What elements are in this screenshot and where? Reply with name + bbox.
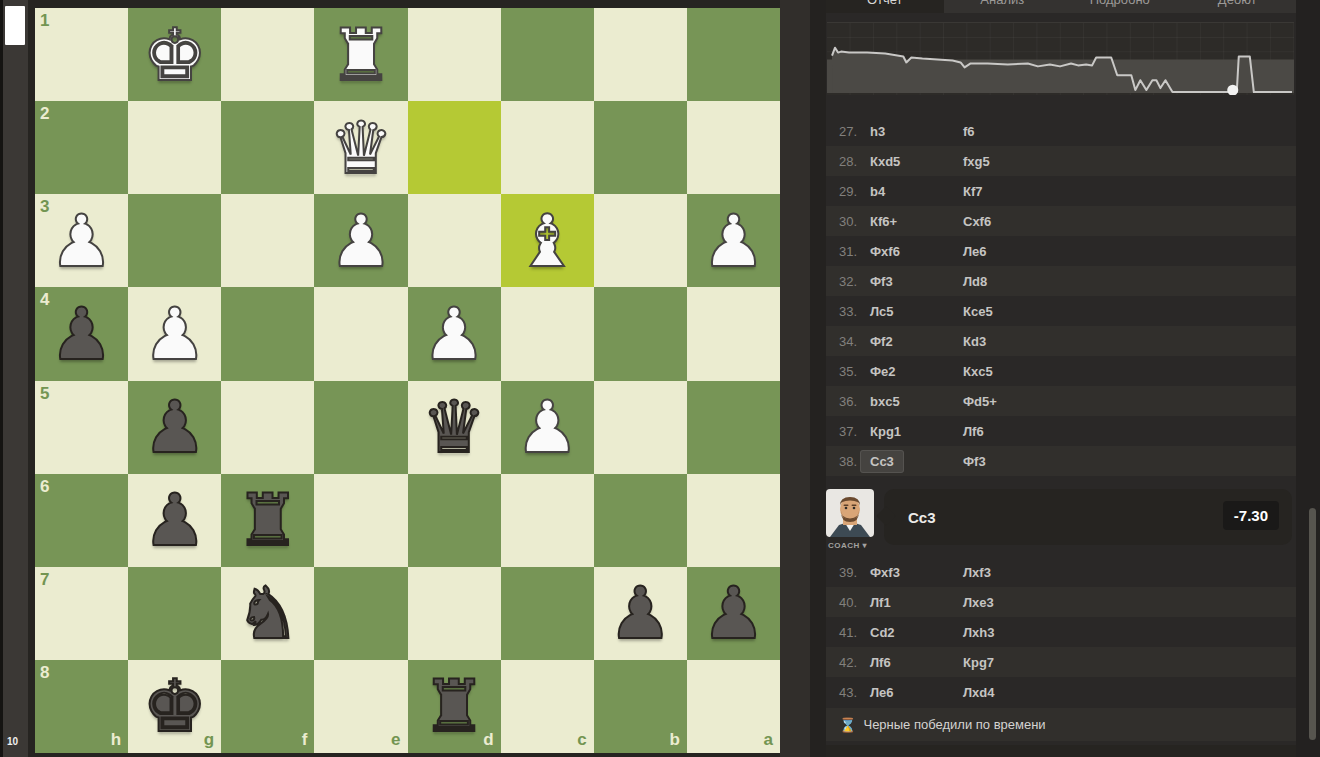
tab-Дебют[interactable]: Дебют	[1179, 0, 1297, 13]
rank-label-8: 8	[40, 663, 49, 683]
move-number: 36.	[826, 394, 870, 409]
move-number: 30.	[826, 214, 870, 229]
move-row-31: 31.Фxf6Ле6	[826, 236, 1296, 266]
square-h3[interactable]: 3♟	[35, 194, 128, 287]
square-b6[interactable]	[594, 474, 687, 567]
black-knight-f7[interactable]: ♞	[221, 567, 314, 660]
white-move-san[interactable]: Ле6	[870, 685, 894, 700]
coach-speech-bubble: Сc3-7.30	[884, 489, 1292, 545]
thumbnail-page-number: 10	[7, 736, 18, 747]
black-move-san[interactable]: Кf7	[963, 184, 983, 199]
square-e5[interactable]	[314, 381, 407, 474]
square-h4[interactable]: 4♟	[35, 287, 128, 380]
white-bishop-c3[interactable]: ♝	[501, 194, 594, 287]
white-move-san[interactable]: Фf3	[870, 274, 893, 289]
black-rook-f6[interactable]: ♜	[221, 474, 314, 567]
move-number: 42.	[826, 655, 870, 670]
black-move: Фf3	[963, 454, 1296, 469]
move-row-37: 37.Крg1Лf6	[826, 416, 1296, 446]
black-move-san[interactable]: Кce5	[963, 304, 993, 319]
move-row-42: 42.Лf6Крg7	[826, 647, 1296, 677]
white-pawn-c5[interactable]: ♟	[501, 381, 594, 474]
rank-label-1: 1	[40, 11, 49, 31]
square-g6[interactable]: ♟	[128, 474, 221, 567]
move-row-39: 39.Фxf3Лxf3	[826, 557, 1296, 587]
move-number: 43.	[826, 685, 870, 700]
rank-label-2: 2	[40, 104, 49, 124]
white-move-san[interactable]: Фxf6	[870, 244, 900, 259]
board-panel-gap	[780, 0, 810, 757]
white-move: Фe2	[870, 364, 963, 379]
tab-label: Анализ	[944, 0, 1062, 13]
black-king-g8[interactable]: ♚	[128, 660, 221, 753]
move-row-35: 35.Фe2Кxc5	[826, 356, 1296, 386]
black-move-san[interactable]: fxg5	[963, 154, 990, 169]
move-number: 41.	[826, 625, 870, 640]
black-move: Лxf3	[963, 565, 1296, 580]
square-g3[interactable]	[128, 194, 221, 287]
black-move: Лxh3	[963, 625, 1296, 640]
coach-bubble-move: Сc3	[908, 509, 936, 526]
square-e2[interactable]: ♛	[314, 101, 407, 194]
square-h8[interactable]: 8h	[35, 660, 128, 753]
black-pawn-b7[interactable]: ♟	[594, 567, 687, 660]
black-move: Ле6	[963, 244, 1296, 259]
white-move: Кxd5	[870, 154, 963, 169]
black-move: Кd3	[963, 334, 1296, 349]
square-a8[interactable]: a	[687, 660, 780, 753]
move-list: 27.h3f628.Кxd5fxg529.b4Кf730.Кf6+Сxf631.…	[826, 116, 1296, 741]
square-d3[interactable]	[408, 194, 501, 287]
black-move-san[interactable]: Крg7	[963, 655, 994, 670]
move-number: 31.	[826, 244, 870, 259]
square-e8[interactable]: e	[314, 660, 407, 753]
panel-left-divider	[810, 0, 826, 757]
square-g7[interactable]	[128, 567, 221, 660]
move-number: 40.	[826, 595, 870, 610]
tab-Анализ[interactable]: Анализ	[944, 0, 1062, 13]
evaluation-graph[interactable]	[827, 22, 1294, 95]
square-e6[interactable]	[314, 474, 407, 567]
panel-tabs: ОтчетАнализПодробноДебют	[826, 0, 1296, 13]
square-c5[interactable]: ♟	[501, 381, 594, 474]
coach-avatar[interactable]	[826, 489, 874, 537]
evaluation-badge: -7.30	[1223, 501, 1279, 530]
move-row-33: 33.Лc5Кce5	[826, 296, 1296, 326]
black-pawn-g6[interactable]: ♟	[128, 474, 221, 567]
square-f6[interactable]: ♜	[221, 474, 314, 567]
square-a4[interactable]	[687, 287, 780, 380]
square-a7[interactable]: ♟	[687, 567, 780, 660]
black-move-san[interactable]: Лxf3	[963, 565, 991, 580]
scrollbar-thumb[interactable]	[1309, 508, 1316, 740]
file-label-b: b	[669, 730, 679, 750]
square-e7[interactable]	[314, 567, 407, 660]
move-row-36: 36.bxc5Фd5+	[826, 386, 1296, 416]
square-f8[interactable]: f	[221, 660, 314, 753]
black-move-san[interactable]: Лf6	[963, 424, 984, 439]
square-h1[interactable]: 1	[35, 8, 128, 101]
square-a3[interactable]: ♟	[687, 194, 780, 287]
black-move: Кf7	[963, 184, 1296, 199]
black-move-san[interactable]: Кxc5	[963, 364, 993, 379]
black-move-san[interactable]: Фd5+	[963, 394, 997, 409]
black-move-san[interactable]: Лxe3	[963, 595, 994, 610]
square-c6[interactable]	[501, 474, 594, 567]
white-rook-e1[interactable]: ♜	[314, 8, 407, 101]
white-move-san[interactable]: b4	[870, 184, 885, 199]
black-move-san[interactable]: Фf3	[963, 454, 986, 469]
black-pawn-g5[interactable]: ♟	[128, 381, 221, 474]
square-c7[interactable]	[501, 567, 594, 660]
move-number: 37.	[826, 424, 870, 439]
black-move: Лxd4	[963, 685, 1296, 700]
white-move: Лf6	[870, 655, 963, 670]
move-row-29: 29.b4Кf7	[826, 176, 1296, 206]
black-move: fxg5	[963, 154, 1296, 169]
white-move: Ле6	[870, 685, 963, 700]
square-h2[interactable]: 2	[35, 101, 128, 194]
white-move: h3	[870, 124, 963, 139]
file-label-f: f	[302, 730, 308, 750]
white-move-san[interactable]: Лf6	[870, 655, 891, 670]
white-move: Крg1	[870, 424, 963, 439]
tab-label: Дебют	[1179, 0, 1297, 13]
square-b5[interactable]	[594, 381, 687, 474]
white-pawn-h3[interactable]: ♟	[35, 194, 128, 287]
board-thumbnail[interactable]	[5, 6, 25, 45]
move-number: 33.	[826, 304, 870, 319]
rank-label-7: 7	[40, 570, 49, 590]
square-f4[interactable]	[221, 287, 314, 380]
square-c1[interactable]	[501, 8, 594, 101]
white-pawn-g4[interactable]: ♟	[128, 287, 221, 380]
move-row-28: 28.Кxd5fxg5	[826, 146, 1296, 176]
black-rook-d8[interactable]: ♜	[408, 660, 501, 753]
move-row-30: 30.Кf6+Сxf6	[826, 206, 1296, 236]
black-move: Кce5	[963, 304, 1296, 319]
white-move: Кf6+	[870, 214, 963, 229]
white-move-san[interactable]: h3	[870, 124, 885, 139]
game-result-bar: ⌛Черные победили по времени	[826, 708, 1296, 741]
white-move: Лc5	[870, 304, 963, 319]
black-move: Лf6	[963, 424, 1296, 439]
black-move: Лd8	[963, 274, 1296, 289]
move-row-27: 27.h3f6	[826, 116, 1296, 146]
white-move-san[interactable]: Фxf3	[870, 565, 900, 580]
square-d4[interactable]: ♟	[408, 287, 501, 380]
black-pawn-h4[interactable]: ♟	[35, 287, 128, 380]
square-f2[interactable]	[221, 101, 314, 194]
square-d2[interactable]	[408, 101, 501, 194]
tab-label: Отчет	[826, 0, 944, 13]
square-d6[interactable]	[408, 474, 501, 567]
move-number: 32.	[826, 274, 870, 289]
file-label-h: h	[111, 730, 121, 750]
square-c2[interactable]	[501, 101, 594, 194]
square-g2[interactable]	[128, 101, 221, 194]
white-move-san[interactable]: Крg1	[870, 424, 901, 439]
move-row-43: 43.Ле6Лxd4	[826, 677, 1296, 707]
black-move-san[interactable]: Лxd4	[963, 685, 995, 700]
black-move-san[interactable]: Кd3	[963, 334, 986, 349]
white-pawn-e3[interactable]: ♟	[314, 194, 407, 287]
black-move: Фd5+	[963, 394, 1296, 409]
white-move-san[interactable]: Фf2	[870, 334, 893, 349]
white-move-san[interactable]: Лc5	[870, 304, 894, 319]
square-h6[interactable]: 6	[35, 474, 128, 567]
white-move-san[interactable]: Сc3	[860, 450, 904, 473]
black-move-san[interactable]: Ле6	[963, 244, 987, 259]
square-f3[interactable]	[221, 194, 314, 287]
square-e1[interactable]: ♜	[314, 8, 407, 101]
square-g4[interactable]: ♟	[128, 287, 221, 380]
square-d5[interactable]: ♛	[408, 381, 501, 474]
move-number: 39.	[826, 565, 870, 580]
square-g8[interactable]: g♚	[128, 660, 221, 753]
tab-Подробно[interactable]: Подробно	[1061, 0, 1179, 13]
black-move: Крg7	[963, 655, 1296, 670]
square-a2[interactable]	[687, 101, 780, 194]
move-row-32: 32.Фf3Лd8	[826, 266, 1296, 296]
panel-right-margin	[1296, 0, 1320, 757]
square-f5[interactable]	[221, 381, 314, 474]
chess-board[interactable]: 1♚♜2♛3♟♟♝♟4♟♟♟5♟♛♟6♟♜7♞♟♟8hg♚fed♜cba	[35, 8, 780, 753]
move-number: 34.	[826, 334, 870, 349]
square-b2[interactable]	[594, 101, 687, 194]
square-a5[interactable]	[687, 381, 780, 474]
black-queen-d5[interactable]: ♛	[408, 381, 501, 474]
rank-label-6: 6	[40, 477, 49, 497]
move-row-41: 41.Сd2Лxh3	[826, 617, 1296, 647]
black-move-san[interactable]: f6	[963, 124, 975, 139]
black-move: f6	[963, 124, 1296, 139]
move-number: 29.	[826, 184, 870, 199]
rank-label-5: 5	[40, 384, 49, 404]
white-pawn-a3[interactable]: ♟	[687, 194, 780, 287]
hourglass-icon: ⌛	[839, 717, 856, 733]
white-move: bxc5	[870, 394, 963, 409]
move-number: 28.	[826, 154, 870, 169]
white-move-san[interactable]: Фe2	[870, 364, 896, 379]
black-move: Лxe3	[963, 595, 1296, 610]
square-f7[interactable]: ♞	[221, 567, 314, 660]
white-move: b4	[870, 184, 963, 199]
move-row-34: 34.Фf2Кd3	[826, 326, 1296, 356]
square-d8[interactable]: d♜	[408, 660, 501, 753]
square-a6[interactable]	[687, 474, 780, 567]
white-move-san[interactable]: Лf1	[870, 595, 891, 610]
white-move: Фf3	[870, 274, 963, 289]
white-move-san[interactable]: bxc5	[870, 394, 900, 409]
square-c3[interactable]: ♝	[501, 194, 594, 287]
move-number: 35.	[826, 364, 870, 379]
white-queen-e2[interactable]: ♛	[314, 101, 407, 194]
square-d1[interactable]	[408, 8, 501, 101]
analysis-panel: ОтчетАнализПодробноДебют 27.h3f628.Кxd5f…	[826, 0, 1296, 745]
black-move-san[interactable]: Лd8	[963, 274, 987, 289]
square-b7[interactable]: ♟	[594, 567, 687, 660]
square-c4[interactable]	[501, 287, 594, 380]
black-move-san[interactable]: Сxf6	[963, 214, 991, 229]
black-move-san[interactable]: Лxh3	[963, 625, 995, 640]
game-result-text: Черные победили по времени	[863, 717, 1045, 732]
move-number: 27.	[826, 124, 870, 139]
white-move: Фxf3	[870, 565, 963, 580]
tab-Отчет[interactable]: Отчет	[826, 0, 944, 13]
white-move-san[interactable]: Кf6+	[870, 214, 897, 229]
square-b8[interactable]: b	[594, 660, 687, 753]
white-move-san[interactable]: Кxd5	[870, 154, 900, 169]
square-d7[interactable]	[408, 567, 501, 660]
coach-dropdown[interactable]: COACH ▾	[828, 541, 867, 550]
square-b1[interactable]	[594, 8, 687, 101]
square-h5[interactable]: 5	[35, 381, 128, 474]
square-f1[interactable]	[221, 8, 314, 101]
square-g5[interactable]: ♟	[128, 381, 221, 474]
white-pawn-d4[interactable]: ♟	[408, 287, 501, 380]
thumbnail-sidebar: 10	[3, 0, 28, 757]
black-move: Кxc5	[963, 364, 1296, 379]
square-b4[interactable]	[594, 287, 687, 380]
square-e3[interactable]: ♟	[314, 194, 407, 287]
square-a1[interactable]	[687, 8, 780, 101]
white-move: Фxf6	[870, 244, 963, 259]
square-g1[interactable]: ♚	[128, 8, 221, 101]
move-row-38: 38.Сc3Фf3	[826, 446, 1296, 476]
white-move: Фf2	[870, 334, 963, 349]
square-h7[interactable]: 7	[35, 567, 128, 660]
square-b3[interactable]	[594, 194, 687, 287]
file-label-a: a	[764, 730, 773, 750]
black-pawn-a7[interactable]: ♟	[687, 567, 780, 660]
move-row-40: 40.Лf1Лxe3	[826, 587, 1296, 617]
white-move: Сc3	[870, 454, 963, 469]
white-move: Лf1	[870, 595, 963, 610]
file-label-c: c	[577, 730, 586, 750]
file-label-e: e	[391, 730, 400, 750]
coach-comment-block: COACH ▾Сc3-7.30	[826, 487, 1296, 557]
white-move-san[interactable]: Сd2	[870, 625, 895, 640]
black-move: Сxf6	[963, 214, 1296, 229]
square-e4[interactable]	[314, 287, 407, 380]
tab-label: Подробно	[1061, 0, 1179, 13]
white-king-g1[interactable]: ♚	[128, 8, 221, 101]
white-move: Сd2	[870, 625, 963, 640]
square-c8[interactable]: c	[501, 660, 594, 753]
